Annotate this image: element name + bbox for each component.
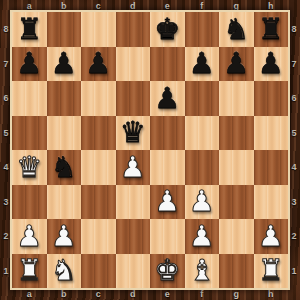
square-b8[interactable] [47,12,82,47]
piece-white-pawn-e3[interactable]: ♟ [154,187,180,216]
piece-white-king-e1[interactable]: ♚ [154,256,180,285]
rank-label-1: 1 [0,254,12,289]
square-g3[interactable] [219,185,254,220]
piece-black-queen-d5[interactable]: ♛ [120,118,146,147]
square-f8[interactable] [185,12,220,47]
piece-white-pawn-h2[interactable]: ♟ [258,222,284,251]
square-e1[interactable]: ♚ [150,254,185,289]
square-d6[interactable] [116,81,151,116]
piece-white-rook-a1[interactable]: ♜ [16,256,42,285]
piece-white-pawn-d4[interactable]: ♟ [120,153,146,182]
file-label-h: h [254,0,289,12]
rank-label-5: 5 [0,116,12,151]
file-label-d: d [116,0,151,12]
square-f1[interactable]: ♝ [185,254,220,289]
rank-label-7: 7 [288,47,300,82]
square-d1[interactable] [116,254,151,289]
rank-label-8: 8 [0,12,12,47]
piece-white-queen-a4[interactable]: ♛ [16,153,42,182]
file-label-e: e [150,288,185,300]
square-a1[interactable]: ♜ [12,254,47,289]
square-h2[interactable]: ♟ [254,219,289,254]
square-d8[interactable] [116,12,151,47]
chess-board-frame: abcdefgh abcdefgh 87654321 87654321 ♜♚♞♜… [0,0,300,300]
rank-label-4: 4 [288,150,300,185]
file-labels-bottom: abcdefgh [12,288,288,300]
file-label-b: b [47,0,82,12]
rank-label-3: 3 [288,185,300,220]
square-d4[interactable]: ♟ [116,150,151,185]
square-c3[interactable] [81,185,116,220]
piece-black-pawn-b7[interactable]: ♟ [51,49,77,78]
square-g6[interactable] [219,81,254,116]
piece-black-pawn-a7[interactable]: ♟ [16,49,42,78]
square-a6[interactable] [12,81,47,116]
square-f2[interactable]: ♟ [185,219,220,254]
square-c4[interactable] [81,150,116,185]
square-c7[interactable]: ♟ [81,47,116,82]
square-f4[interactable] [185,150,220,185]
rank-label-2: 2 [288,219,300,254]
square-e7[interactable] [150,47,185,82]
square-e5[interactable] [150,116,185,151]
square-g4[interactable] [219,150,254,185]
square-g5[interactable] [219,116,254,151]
rank-labels-right: 87654321 [288,12,300,288]
square-g7[interactable]: ♟ [219,47,254,82]
rank-label-6: 6 [0,81,12,116]
chess-board: ♜♚♞♜♟♟♟♟♟♟♟♛♛♞♟♟♟♟♟♟♟♜♞♚♝♜ [12,12,288,288]
square-e4[interactable] [150,150,185,185]
square-g1[interactable] [219,254,254,289]
piece-white-pawn-a2[interactable]: ♟ [16,222,42,251]
square-c6[interactable] [81,81,116,116]
square-b3[interactable] [47,185,82,220]
square-a8[interactable]: ♜ [12,12,47,47]
square-h4[interactable] [254,150,289,185]
square-c8[interactable] [81,12,116,47]
square-a2[interactable]: ♟ [12,219,47,254]
file-label-g: g [219,0,254,12]
piece-black-knight-b4[interactable]: ♞ [51,153,77,182]
rank-label-6: 6 [288,81,300,116]
piece-black-pawn-g7[interactable]: ♟ [223,49,249,78]
rank-label-4: 4 [0,150,12,185]
square-h3[interactable] [254,185,289,220]
piece-black-pawn-c7[interactable]: ♟ [85,49,111,78]
file-label-h: h [254,288,289,300]
square-b5[interactable] [47,116,82,151]
square-b2[interactable]: ♟ [47,219,82,254]
rank-label-1: 1 [288,254,300,289]
rank-labels-left: 87654321 [0,12,12,288]
piece-black-pawn-h7[interactable]: ♟ [258,49,284,78]
square-a5[interactable] [12,116,47,151]
piece-black-knight-g8[interactable]: ♞ [223,15,249,44]
square-a7[interactable]: ♟ [12,47,47,82]
square-f6[interactable] [185,81,220,116]
square-b6[interactable] [47,81,82,116]
file-label-b: b [47,288,82,300]
square-h5[interactable] [254,116,289,151]
square-g2[interactable] [219,219,254,254]
square-f5[interactable] [185,116,220,151]
file-label-e: e [150,0,185,12]
file-label-a: a [12,0,47,12]
file-label-f: f [185,0,220,12]
file-label-d: d [116,288,151,300]
square-b7[interactable]: ♟ [47,47,82,82]
square-d7[interactable] [116,47,151,82]
square-c2[interactable] [81,219,116,254]
square-e6[interactable]: ♟ [150,81,185,116]
file-label-c: c [81,0,116,12]
square-f3[interactable]: ♟ [185,185,220,220]
square-d5[interactable]: ♛ [116,116,151,151]
rank-label-3: 3 [0,185,12,220]
file-label-g: g [219,288,254,300]
square-e3[interactable]: ♟ [150,185,185,220]
square-a4[interactable]: ♛ [12,150,47,185]
piece-black-king-e8[interactable]: ♚ [154,15,180,44]
file-label-c: c [81,288,116,300]
square-h6[interactable] [254,81,289,116]
piece-white-pawn-b2[interactable]: ♟ [51,222,77,251]
square-h1[interactable]: ♜ [254,254,289,289]
square-e2[interactable] [150,219,185,254]
rank-label-2: 2 [0,219,12,254]
piece-black-rook-h8[interactable]: ♜ [258,15,284,44]
file-label-f: f [185,288,220,300]
piece-white-bishop-f1[interactable]: ♝ [189,256,215,285]
file-labels-top: abcdefgh [12,0,288,12]
square-c5[interactable] [81,116,116,151]
file-label-a: a [12,288,47,300]
piece-white-pawn-f3[interactable]: ♟ [189,187,215,216]
piece-black-rook-a8[interactable]: ♜ [16,15,42,44]
square-a3[interactable] [12,185,47,220]
rank-label-5: 5 [288,116,300,151]
square-b4[interactable]: ♞ [47,150,82,185]
square-c1[interactable] [81,254,116,289]
piece-white-knight-b1[interactable]: ♞ [51,256,77,285]
square-d2[interactable] [116,219,151,254]
square-h7[interactable]: ♟ [254,47,289,82]
piece-black-pawn-e6[interactable]: ♟ [154,84,180,113]
square-d3[interactable] [116,185,151,220]
piece-black-pawn-f7[interactable]: ♟ [189,49,215,78]
square-h8[interactable]: ♜ [254,12,289,47]
square-e8[interactable]: ♚ [150,12,185,47]
square-b1[interactable]: ♞ [47,254,82,289]
piece-white-pawn-f2[interactable]: ♟ [189,222,215,251]
rank-label-8: 8 [288,12,300,47]
rank-label-7: 7 [0,47,12,82]
square-g8[interactable]: ♞ [219,12,254,47]
piece-white-rook-h1[interactable]: ♜ [258,256,284,285]
square-f7[interactable]: ♟ [185,47,220,82]
